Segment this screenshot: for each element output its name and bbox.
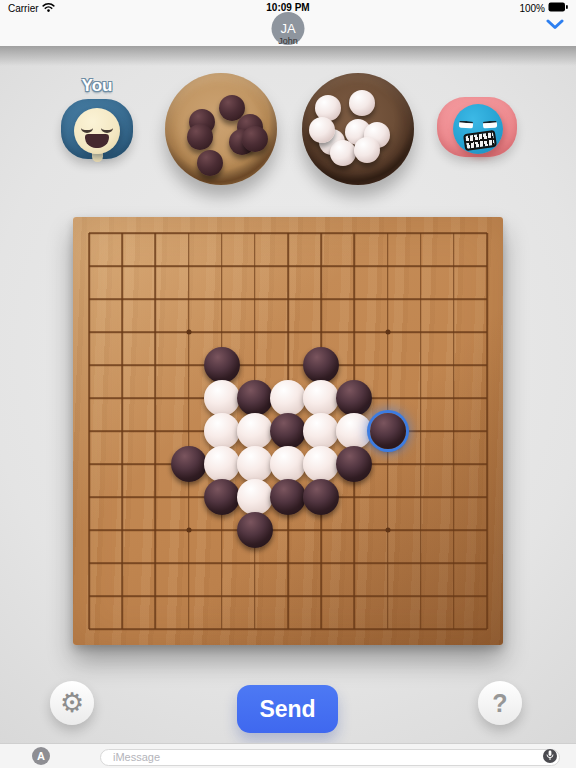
bowl-stone-black [187,124,213,150]
question-icon: ? [492,691,507,716]
bowl-stone-black [197,150,223,176]
stone-black[interactable] [237,512,273,548]
stone-black[interactable] [270,413,306,449]
bowl-stone-white [354,137,380,163]
stone-black[interactable] [370,413,406,449]
grid-line [89,628,487,630]
opponent-avatar[interactable] [437,97,517,157]
header-shadow [0,46,576,66]
black-stone-bowl[interactable] [165,73,277,185]
stone-white[interactable] [270,380,306,416]
grid-line [453,233,455,629]
smiley-face-icon [74,108,120,154]
send-label: Send [259,696,315,723]
grid-line [420,233,422,629]
you-avatar[interactable] [61,99,133,159]
help-button[interactable]: ? [478,681,522,725]
stone-black[interactable] [204,479,240,515]
stone-black[interactable] [303,347,339,383]
bowl-stone-white [330,140,356,166]
gear-icon: ⚙ [60,690,84,717]
bowl-stone-white [349,90,375,116]
screen: Carrier 10:09 PM 100% [0,0,576,768]
stone-white[interactable] [303,446,339,482]
stone-white[interactable] [237,413,273,449]
chevron-down-icon[interactable] [546,16,564,34]
stone-white[interactable] [204,413,240,449]
stone-black[interactable] [336,380,372,416]
white-stone-bowl[interactable] [302,73,414,185]
stone-black[interactable] [237,380,273,416]
stone-black[interactable] [303,479,339,515]
player-you: You [56,76,138,159]
grinning-face-icon [453,104,503,154]
header: Carrier 10:09 PM 100% [0,0,576,46]
stone-white[interactable] [303,380,339,416]
go-board[interactable] [73,217,503,645]
you-label: You [56,76,138,96]
contact-name: John [0,36,576,46]
app-store-icon[interactable]: A [32,747,50,765]
stone-white[interactable] [204,380,240,416]
star-point [186,330,191,335]
bowl-stone-white [309,117,335,143]
stone-white[interactable] [237,479,273,515]
stone-black[interactable] [270,479,306,515]
stone-white[interactable] [270,446,306,482]
stone-white[interactable] [204,446,240,482]
stone-black[interactable] [336,446,372,482]
stone-black[interactable] [171,446,207,482]
mic-icon[interactable] [543,749,557,763]
star-point [186,528,191,533]
board-grid [89,233,487,629]
stone-white[interactable] [237,446,273,482]
grid-line [89,529,487,531]
contact-initials: JA [280,21,295,36]
stone-black[interactable] [204,347,240,383]
grid-line [89,562,487,564]
stone-white[interactable] [303,413,339,449]
star-point [385,330,390,335]
stone-white[interactable] [336,413,372,449]
bowl-stone-black [242,126,268,152]
settings-button[interactable]: ⚙ [50,681,94,725]
star-point [385,528,390,533]
compose-bar: A [0,743,576,768]
battery-percent: 100% [519,3,545,14]
battery-icon [548,2,568,14]
grid-line [486,233,488,629]
send-button[interactable]: Send [237,685,338,733]
grid-line [89,595,487,597]
message-input[interactable] [100,749,560,766]
